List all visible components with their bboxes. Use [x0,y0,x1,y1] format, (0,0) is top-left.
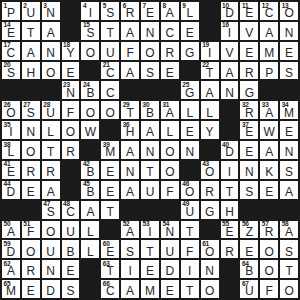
grid-cell[interactable]: O [22,240,40,258]
grid-cell[interactable]: E [101,181,119,199]
crossword-grid: 1P2U3N4I5S6R7E8A9L10D11E12C13O14ETA15STA… [0,0,300,300]
cell-letter: T [47,146,54,158]
cell-letter: S [285,246,293,258]
grid-cell[interactable]: T [280,260,298,278]
cell-letter: F [126,47,133,59]
clue-number: 39 [103,142,110,149]
grid-cell[interactable]: 21C [101,62,119,80]
cell-letter: W [264,126,275,138]
cell-letter: S [146,67,154,79]
grid-cell[interactable]: 10D [221,2,239,20]
grid-cell[interactable]: C [161,22,179,40]
clue-number: 8 [162,3,165,10]
grid-cell[interactable]: T [101,201,119,219]
grid-cell[interactable]: N [221,81,239,99]
clue-number: 64 [242,261,249,268]
grid-cell[interactable]: E [280,42,298,60]
black-cell [2,201,20,219]
grid-cell[interactable]: 65M [2,280,20,298]
grid-cell[interactable]: W [260,121,278,139]
grid-cell[interactable]: T [221,181,239,199]
grid-cell[interactable]: M [260,42,278,60]
clue-number: 12 [262,3,269,10]
grid-cell[interactable]: O [201,280,219,298]
grid-cell[interactable]: E [22,280,40,298]
cell-letter: T [107,27,114,39]
black-cell [101,121,119,139]
clue-number: 65 [4,281,11,288]
grid-cell[interactable]: 8A [161,2,179,20]
grid-cell[interactable]: U [42,240,60,258]
grid-cell[interactable]: U [101,42,119,60]
grid-cell[interactable]: 7E [141,2,159,20]
grid-cell[interactable]: 15S [81,22,99,40]
grid-cell[interactable]: O [141,42,159,60]
grid-cell[interactable]: E [101,161,119,179]
clue-number: 63 [103,261,110,268]
grid-cell[interactable]: G [201,201,219,219]
cell-letter: U [166,246,175,258]
cell-letter: O [205,285,214,297]
cell-letter: T [146,166,153,178]
grid-cell[interactable]: 11E [240,2,258,20]
grid-cell[interactable]: E [260,181,278,199]
grid-cell[interactable]: V [221,42,239,60]
cell-letter: D [46,285,55,297]
grid-cell[interactable]: T [22,22,40,40]
grid-cell[interactable]: S [280,240,298,258]
cell-letter: A [27,47,35,59]
black-cell [42,81,60,99]
grid-cell[interactable]: O [260,240,278,258]
grid-cell[interactable]: E [240,141,258,159]
grid-cell[interactable]: L [181,101,199,119]
grid-cell[interactable]: I [181,260,199,278]
grid-cell[interactable]: 67U [240,280,258,298]
clue-number: 5 [103,3,106,10]
grid-cell[interactable]: E [181,121,199,139]
grid-cell[interactable]: L [81,240,99,258]
clue-number: 7 [143,3,146,10]
cell-letter: Y [206,126,214,138]
cell-letter: E [146,265,154,277]
grid-cell[interactable]: N [280,22,298,40]
grid-cell[interactable]: S [121,240,139,258]
grid-cell[interactable]: A [141,121,159,139]
grid-cell[interactable]: W [81,121,99,139]
grid-cell[interactable]: 54N [161,221,179,239]
cell-letter: G [205,206,214,218]
grid-cell[interactable]: 59D [2,240,20,258]
grid-cell[interactable]: 43O [201,161,219,179]
grid-cell[interactable]: R [22,260,40,278]
grid-cell[interactable]: 19I [201,42,219,60]
grid-cell[interactable]: P [260,62,278,80]
grid-cell[interactable]: 17C [2,42,20,60]
cell-letter: U [106,47,115,59]
black-cell [81,260,99,278]
grid-cell[interactable]: 51F [22,221,40,239]
cell-letter: U [66,226,75,238]
grid-cell[interactable]: F [260,280,278,298]
cell-letter: N [146,146,155,158]
cell-letter: N [185,146,194,158]
grid-cell[interactable]: 30B [141,101,159,119]
cell-letter: E [106,186,114,198]
cell-letter: N [285,27,294,39]
grid-cell[interactable]: U [62,221,80,239]
clue-number: 52 [123,221,130,228]
grid-cell[interactable]: F [161,181,179,199]
clue-number: 43 [202,161,209,168]
cell-letter: O [86,107,95,119]
grid-cell[interactable]: N [240,161,258,179]
cell-letter: R [166,47,175,59]
grid-cell[interactable]: 52A [121,221,139,239]
grid-cell[interactable]: N [141,141,159,159]
grid-cell[interactable]: 64B [240,260,258,278]
grid-cell[interactable]: K [260,161,278,179]
grid-cell[interactable]: 34M [280,101,298,119]
clue-number: 59 [4,241,11,248]
cell-letter: A [47,27,55,39]
grid-cell[interactable]: N [42,260,60,278]
grid-cell[interactable]: Y [201,121,219,139]
grid-cell[interactable]: O [81,42,99,60]
grid-cell[interactable]: 46O [181,181,199,199]
grid-cell[interactable]: O [42,62,60,80]
grid-cell[interactable]: I [121,260,139,278]
cell-letter: C [166,27,175,39]
cell-letter: A [47,186,55,198]
clue-number: 41 [4,161,11,168]
grid-cell[interactable]: 47S [42,201,60,219]
cell-letter: A [225,67,233,79]
grid-cell[interactable]: S [141,62,159,80]
grid-cell[interactable]: O [22,141,40,159]
cell-letter: E [245,246,253,258]
grid-cell[interactable]: R [161,42,179,60]
grid-cell[interactable]: 27S [22,101,40,119]
clue-number: 67 [242,281,249,288]
black-cell [181,62,199,80]
black-cell [81,62,99,80]
cell-letter: O [106,107,115,119]
grid-cell[interactable]: 3N [42,2,60,20]
grid-cell[interactable]: E [141,260,159,278]
cell-letter: P [7,7,15,19]
cell-letter: S [126,246,134,258]
grid-cell[interactable]: N [201,260,219,278]
grid-cell[interactable]: 14E [2,22,20,40]
clue-number: 36 [123,122,130,129]
clue-number: 26 [4,102,11,109]
grid-cell[interactable]: T [141,161,159,179]
grid-cell[interactable]: 49U [181,201,199,219]
grid-cell[interactable]: 66C [101,280,119,298]
grid-cell[interactable]: N [280,141,298,159]
clue-number: 48 [63,201,70,208]
cell-letter: A [126,67,134,79]
grid-cell[interactable]: 61O [201,240,219,258]
grid-cell[interactable]: C [101,81,119,99]
grid-cell[interactable]: 56Z [240,221,258,239]
cell-letter: E [265,186,273,198]
grid-cell[interactable]: O [101,101,119,119]
grid-cell[interactable]: A [121,181,139,199]
clue-number: 53 [143,221,150,228]
grid-cell[interactable]: E [280,121,298,139]
grid-cell[interactable]: 40D [221,141,239,159]
clue-number: 50 [4,221,11,228]
grid-cell[interactable]: T [181,280,199,298]
grid-cell[interactable]: 60E [101,240,119,258]
grid-cell[interactable]: O [280,280,298,298]
grid-cell[interactable]: H [22,62,40,80]
grid-cell[interactable]: R [240,62,258,80]
grid-cell[interactable]: T [181,221,199,239]
grid-cell[interactable]: E [161,62,179,80]
grid-cell[interactable]: 55E [221,221,239,239]
cell-letter: O [165,146,174,158]
clue-number: 46 [182,181,189,188]
grid-cell[interactable]: R [201,181,219,199]
grid-cell[interactable]: A [260,22,278,40]
clue-number: 20 [4,62,11,69]
grid-cell[interactable]: 63T [101,260,119,278]
clue-number: 54 [162,221,169,228]
grid-cell[interactable]: G [240,81,258,99]
grid-cell[interactable]: 32R [240,101,258,119]
grid-cell[interactable]: R [42,161,60,179]
grid-cell[interactable]: I [221,161,239,179]
cell-letter: E [245,47,253,59]
grid-cell[interactable]: O [62,121,80,139]
grid-cell[interactable]: 4I [81,2,99,20]
grid-cell[interactable]: N [22,121,40,139]
grid-cell[interactable]: A [121,62,139,80]
black-cell [141,81,159,99]
clue-number: 61 [202,241,209,248]
grid-cell[interactable]: 38L [2,141,20,159]
grid-cell[interactable]: 39M [101,141,119,159]
grid-cell[interactable]: 37E [240,121,258,139]
grid-cell[interactable]: 6R [121,2,139,20]
grid-cell[interactable]: A [121,22,139,40]
grid-cell[interactable]: 50A [2,221,20,239]
grid-cell[interactable]: U [141,181,159,199]
clue-number: 4 [83,3,86,10]
grid-cell[interactable]: 29T [121,101,139,119]
cell-letter: L [186,107,193,119]
grid-cell[interactable]: F [181,240,199,258]
grid-cell[interactable]: 5S [101,2,119,20]
grid-cell[interactable]: N [141,22,159,40]
cell-letter: E [27,186,35,198]
grid-cell[interactable]: S [62,280,80,298]
clue-number: 55 [222,221,229,228]
grid-cell[interactable]: E [62,62,80,80]
cell-letter: N [46,47,55,59]
grid-cell[interactable]: O [81,101,99,119]
grid-cell[interactable]: R [221,240,239,258]
grid-cell[interactable]: O [161,161,179,179]
grid-cell[interactable]: O [42,221,60,239]
cell-letter: E [285,47,293,59]
grid-cell[interactable]: D [161,260,179,278]
grid-cell[interactable]: 13O [280,2,298,20]
black-cell [221,121,239,139]
grid-cell[interactable]: M [141,280,159,298]
grid-cell[interactable]: 25G [181,81,199,99]
grid-cell[interactable]: 2U [22,2,40,20]
grid-cell[interactable]: N [121,161,139,179]
grid-cell[interactable]: 18Y [62,42,80,60]
cell-letter: V [225,47,233,59]
grid-cell[interactable]: A [22,42,40,60]
grid-cell[interactable]: T [141,240,159,258]
clue-number: 2 [23,3,26,10]
grid-cell[interactable]: A [42,181,60,199]
grid-cell[interactable]: E [240,42,258,60]
cell-letter: O [46,67,55,79]
cell-letter: O [46,226,55,238]
grid-cell[interactable]: 22T [201,62,219,80]
clue-number: 37 [242,122,249,129]
grid-cell[interactable]: 45B [81,181,99,199]
grid-cell[interactable]: S [240,181,258,199]
clue-number: 30 [143,102,150,109]
grid-cell[interactable]: L [201,101,219,119]
grid-cell[interactable]: A [221,62,239,80]
cell-letter: E [285,126,293,138]
cell-letter: N [26,126,35,138]
grid-cell[interactable]: L [81,221,99,239]
cell-letter: O [165,166,174,178]
cell-letter: E [166,285,174,297]
grid-cell[interactable]: R [62,141,80,159]
black-cell [141,201,159,219]
black-cell [62,22,80,40]
cell-letter: S [285,67,293,79]
grid-cell[interactable]: T [42,141,60,159]
grid-cell[interactable]: B [62,240,80,258]
grid-cell[interactable]: S [280,161,298,179]
grid-cell[interactable]: 58A [280,221,298,239]
grid-cell[interactable]: 42B [81,161,99,179]
grid-cell[interactable]: 28U [42,101,60,119]
grid-cell[interactable]: 62A [2,260,20,278]
grid-cell[interactable]: 16I [221,22,239,40]
grid-cell[interactable]: 41E [2,161,20,179]
grid-cell[interactable]: 48C [62,201,80,219]
cell-letter: O [66,126,75,138]
black-cell [161,201,179,219]
cell-letter: E [27,285,35,297]
cell-letter: E [146,7,154,19]
grid-cell[interactable]: O [260,260,278,278]
cell-letter: G [245,87,254,99]
grid-cell[interactable]: N [181,141,199,159]
cell-letter: B [67,246,75,258]
grid-cell[interactable]: L [161,121,179,139]
grid-cell[interactable]: 1P [2,2,20,20]
cell-letter: N [205,265,214,277]
grid-cell[interactable]: E [22,181,40,199]
grid-cell[interactable]: 35I [2,121,20,139]
grid-cell[interactable]: 31A [161,101,179,119]
grid-cell[interactable]: 53I [141,221,159,239]
grid-cell[interactable]: 44D [2,181,20,199]
grid-cell[interactable]: L [42,121,60,139]
grid-cell[interactable]: R [22,161,40,179]
grid-cell[interactable]: U [161,240,179,258]
grid-cell[interactable]: E [240,240,258,258]
cell-letter: S [245,186,253,198]
cell-letter: R [26,166,35,178]
grid-cell[interactable]: G [181,42,199,60]
cell-letter: K [265,166,273,178]
grid-cell[interactable]: E [181,22,199,40]
black-cell [201,221,219,239]
cell-letter: C [106,87,115,99]
grid-cell[interactable]: H [221,201,239,219]
grid-cell[interactable]: D [42,280,60,298]
clue-number: 44 [4,181,11,188]
black-cell [201,141,219,159]
grid-cell[interactable]: A [121,141,139,159]
grid-cell[interactable]: 20S [2,62,20,80]
grid-cell[interactable]: A [121,280,139,298]
cell-letter: T [186,285,193,297]
cell-letter: A [146,126,154,138]
cell-letter: A [265,27,273,39]
grid-cell[interactable]: A [260,141,278,159]
grid-cell[interactable]: O [161,141,179,159]
grid-cell[interactable]: S [280,62,298,80]
grid-cell[interactable]: V [240,22,258,40]
grid-cell[interactable]: T [101,22,119,40]
clue-number: 1 [4,3,7,10]
grid-cell[interactable]: 24B [81,81,99,99]
clue-number: 25 [182,82,189,89]
grid-cell[interactable]: F [62,101,80,119]
cell-letter: F [166,186,173,198]
clue-number: 51 [23,221,30,228]
cell-letter: A [166,7,174,19]
grid-cell[interactable]: A [201,81,219,99]
grid-cell[interactable]: 57R [260,221,278,239]
grid-cell[interactable]: N [42,42,60,60]
grid-cell[interactable]: A [81,201,99,219]
grid-cell[interactable]: A [42,22,60,40]
grid-cell[interactable]: 33A [260,101,278,119]
grid-cell[interactable]: F [121,42,139,60]
grid-cell[interactable]: 9L [181,2,199,20]
cell-letter: T [27,27,34,39]
grid-cell[interactable]: 36H [121,121,139,139]
grid-cell[interactable]: E [62,260,80,278]
grid-cell[interactable]: A [280,181,298,199]
grid-cell[interactable]: E [161,280,179,298]
black-cell [280,201,298,219]
cell-letter: V [245,27,253,39]
grid-cell[interactable]: 26O [2,101,20,119]
grid-cell[interactable]: 23N [62,81,80,99]
grid-cell[interactable]: 12C [260,2,278,20]
cell-letter: O [145,47,154,59]
black-cell [62,161,80,179]
